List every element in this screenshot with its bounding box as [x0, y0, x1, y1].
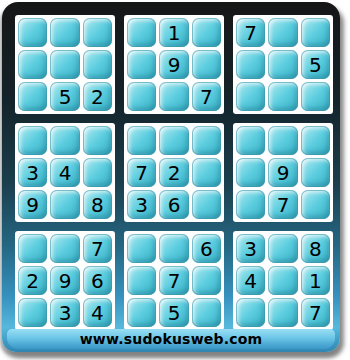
cell-r4c1[interactable] [18, 126, 47, 155]
cell-r6c1[interactable]: 9 [18, 190, 47, 219]
cell-r6c4[interactable]: 3 [127, 190, 156, 219]
cell-r5c9[interactable] [301, 158, 330, 187]
cell-r2c9[interactable]: 5 [301, 50, 330, 79]
cell-r7c4[interactable] [127, 234, 156, 263]
sudoku-grid: 5219775349872369772963467538417 [15, 15, 333, 330]
cell-r4c6[interactable] [192, 126, 221, 155]
cell-r4c2[interactable] [50, 126, 79, 155]
cell-r8c8[interactable] [268, 266, 297, 295]
cell-r2c8[interactable] [268, 50, 297, 79]
cell-r3c4[interactable] [127, 82, 156, 111]
cell-r8c3[interactable]: 6 [83, 266, 112, 295]
cell-r9c9[interactable]: 7 [301, 298, 330, 327]
cell-r8c1[interactable]: 2 [18, 266, 47, 295]
cell-r6c8[interactable]: 7 [268, 190, 297, 219]
cell-r8c5[interactable]: 7 [159, 266, 188, 295]
footer-band: www.sudokusweb.com [7, 329, 335, 349]
cell-r1c1[interactable] [18, 18, 47, 47]
box-r2c1: 3498 [15, 123, 115, 222]
cell-r5c3[interactable] [83, 158, 112, 187]
cell-r8c9[interactable]: 1 [301, 266, 330, 295]
cell-r3c9[interactable] [301, 82, 330, 111]
cell-r2c6[interactable] [192, 50, 221, 79]
cell-r1c7[interactable]: 7 [236, 18, 265, 47]
cell-r4c8[interactable] [268, 126, 297, 155]
cell-r3c7[interactable] [236, 82, 265, 111]
cell-r5c1[interactable]: 3 [18, 158, 47, 187]
cell-r2c1[interactable] [18, 50, 47, 79]
cell-r3c1[interactable] [18, 82, 47, 111]
cell-r6c9[interactable] [301, 190, 330, 219]
cell-r1c2[interactable] [50, 18, 79, 47]
cell-r6c2[interactable] [50, 190, 79, 219]
cell-r9c4[interactable] [127, 298, 156, 327]
cell-r9c6[interactable] [192, 298, 221, 327]
cell-r9c7[interactable] [236, 298, 265, 327]
cell-r3c5[interactable] [159, 82, 188, 111]
cell-r3c6[interactable]: 7 [192, 82, 221, 111]
cell-r4c9[interactable] [301, 126, 330, 155]
cell-r2c2[interactable] [50, 50, 79, 79]
cell-r4c5[interactable] [159, 126, 188, 155]
cell-r5c8[interactable]: 9 [268, 158, 297, 187]
cell-r2c3[interactable] [83, 50, 112, 79]
cell-r3c2[interactable]: 5 [50, 82, 79, 111]
cell-r3c3[interactable]: 2 [83, 82, 112, 111]
cell-r7c6[interactable]: 6 [192, 234, 221, 263]
cell-r9c8[interactable] [268, 298, 297, 327]
cell-r5c6[interactable] [192, 158, 221, 187]
cell-r1c8[interactable] [268, 18, 297, 47]
sudoku-board-frame: 5219775349872369772963467538417 www.sudo… [2, 2, 340, 352]
box-r2c2: 7236 [124, 123, 224, 222]
cell-r1c4[interactable] [127, 18, 156, 47]
cell-r2c7[interactable] [236, 50, 265, 79]
box-r2c3: 97 [233, 123, 333, 222]
box-r1c3: 75 [233, 15, 333, 114]
cell-r4c3[interactable] [83, 126, 112, 155]
cell-r2c4[interactable] [127, 50, 156, 79]
cell-r7c7[interactable]: 3 [236, 234, 265, 263]
box-r1c1: 52 [15, 15, 115, 114]
sudoku-screenshot: 5219775349872369772963467538417 www.sudo… [0, 0, 350, 360]
cell-r6c5[interactable]: 6 [159, 190, 188, 219]
cell-r5c5[interactable]: 2 [159, 158, 188, 187]
cell-r1c6[interactable] [192, 18, 221, 47]
cell-r9c5[interactable]: 5 [159, 298, 188, 327]
box-r3c1: 729634 [15, 231, 115, 330]
cell-r6c3[interactable]: 8 [83, 190, 112, 219]
cell-r1c5[interactable]: 1 [159, 18, 188, 47]
cell-r6c7[interactable] [236, 190, 265, 219]
cell-r4c4[interactable] [127, 126, 156, 155]
cell-r8c6[interactable] [192, 266, 221, 295]
cell-r6c6[interactable] [192, 190, 221, 219]
cell-r1c3[interactable] [83, 18, 112, 47]
cell-r7c1[interactable] [18, 234, 47, 263]
cell-r9c1[interactable] [18, 298, 47, 327]
cell-r9c2[interactable]: 3 [50, 298, 79, 327]
cell-r5c7[interactable] [236, 158, 265, 187]
cell-r5c4[interactable]: 7 [127, 158, 156, 187]
site-url[interactable]: www.sudokusweb.com [80, 331, 263, 347]
box-r3c3: 38417 [233, 231, 333, 330]
cell-r8c7[interactable]: 4 [236, 266, 265, 295]
cell-r5c2[interactable]: 4 [50, 158, 79, 187]
cell-r7c8[interactable] [268, 234, 297, 263]
cell-r9c3[interactable]: 4 [83, 298, 112, 327]
cell-r3c8[interactable] [268, 82, 297, 111]
cell-r8c4[interactable] [127, 266, 156, 295]
cell-r7c9[interactable]: 8 [301, 234, 330, 263]
box-r1c2: 197 [124, 15, 224, 114]
cell-r7c5[interactable] [159, 234, 188, 263]
cell-r2c5[interactable]: 9 [159, 50, 188, 79]
cell-r7c2[interactable] [50, 234, 79, 263]
cell-r8c2[interactable]: 9 [50, 266, 79, 295]
box-r3c2: 675 [124, 231, 224, 330]
cell-r7c3[interactable]: 7 [83, 234, 112, 263]
cell-r1c9[interactable] [301, 18, 330, 47]
cell-r4c7[interactable] [236, 126, 265, 155]
